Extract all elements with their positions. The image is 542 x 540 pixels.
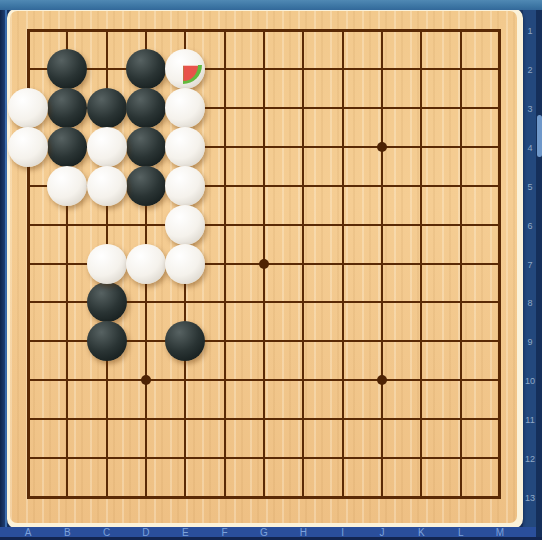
column-label-M: M bbox=[496, 528, 504, 537]
grid-line-vertical bbox=[342, 29, 344, 499]
row-label-8: 8 bbox=[527, 299, 532, 308]
grid-line-vertical bbox=[498, 29, 501, 499]
goban bbox=[7, 8, 523, 529]
white-stone-E5 bbox=[165, 166, 205, 206]
star-point-J4 bbox=[377, 142, 387, 152]
star-point-G7 bbox=[259, 259, 269, 269]
column-label-A: A bbox=[25, 528, 32, 537]
row-label-7: 7 bbox=[527, 260, 532, 269]
grid-line-horizontal bbox=[27, 379, 502, 381]
column-label-C: C bbox=[103, 528, 110, 537]
row-label-9: 9 bbox=[527, 338, 532, 347]
grid-line-horizontal bbox=[27, 418, 502, 420]
grid-line-vertical bbox=[420, 29, 422, 499]
white-stone-C7 bbox=[87, 244, 127, 284]
column-coordinates-panel: ABCDEFGHIJKLM bbox=[0, 527, 542, 537]
column-label-D: D bbox=[142, 528, 149, 537]
white-stone-E7 bbox=[165, 244, 205, 284]
go-app-window: 12345678910111213 ABCDEFGHIJKLM bbox=[0, 0, 542, 540]
white-stone-A3 bbox=[8, 88, 48, 128]
white-stone-E4 bbox=[165, 127, 205, 167]
black-stone-D4 bbox=[126, 127, 166, 167]
white-stone-C5 bbox=[87, 166, 127, 206]
black-stone-B3 bbox=[47, 88, 87, 128]
grid-line-horizontal bbox=[27, 496, 502, 499]
top-bar bbox=[0, 0, 542, 10]
black-stone-B4 bbox=[47, 127, 87, 167]
row-label-2: 2 bbox=[527, 65, 532, 74]
black-stone-C9 bbox=[87, 321, 127, 361]
column-label-K: K bbox=[418, 528, 425, 537]
row-label-10: 10 bbox=[525, 377, 535, 386]
grid-line-vertical bbox=[302, 29, 304, 499]
board-grid[interactable] bbox=[28, 30, 500, 497]
white-stone-A4 bbox=[8, 127, 48, 167]
white-stone-E3 bbox=[165, 88, 205, 128]
white-stone-B5 bbox=[47, 166, 87, 206]
black-stone-D3 bbox=[126, 88, 166, 128]
row-label-11: 11 bbox=[525, 416, 534, 425]
column-label-B: B bbox=[64, 528, 71, 537]
grid-line-horizontal bbox=[27, 457, 502, 459]
black-stone-C8 bbox=[87, 282, 127, 322]
row-label-12: 12 bbox=[525, 455, 535, 464]
row-label-6: 6 bbox=[527, 221, 532, 230]
row-label-4: 4 bbox=[527, 143, 532, 152]
white-stone-E2 bbox=[165, 49, 205, 89]
column-label-G: G bbox=[260, 528, 268, 537]
scrollbar-thumb[interactable] bbox=[537, 115, 542, 157]
black-stone-C3 bbox=[87, 88, 127, 128]
black-stone-E9 bbox=[165, 321, 205, 361]
row-label-1: 1 bbox=[527, 27, 532, 36]
black-stone-D5 bbox=[126, 166, 166, 206]
column-label-L: L bbox=[458, 528, 464, 537]
column-label-H: H bbox=[300, 528, 307, 537]
white-stone-C4 bbox=[87, 127, 127, 167]
grid-line-vertical bbox=[460, 29, 462, 499]
black-stone-B2 bbox=[47, 49, 87, 89]
star-point-D10 bbox=[141, 375, 151, 385]
row-label-5: 5 bbox=[527, 182, 532, 191]
row-label-3: 3 bbox=[527, 104, 532, 113]
column-label-I: I bbox=[341, 528, 344, 537]
black-stone-D2 bbox=[126, 49, 166, 89]
row-label-13: 13 bbox=[525, 494, 535, 503]
column-label-F: F bbox=[222, 528, 228, 537]
column-label-J: J bbox=[379, 528, 384, 537]
white-stone-D7 bbox=[126, 244, 166, 284]
column-label-E: E bbox=[182, 528, 189, 537]
white-stone-E6 bbox=[165, 205, 205, 245]
right-edge-panel bbox=[536, 10, 542, 537]
grid-line-vertical bbox=[381, 29, 383, 499]
star-point-J10 bbox=[377, 375, 387, 385]
row-coordinates-panel: 12345678910111213 bbox=[523, 10, 536, 528]
